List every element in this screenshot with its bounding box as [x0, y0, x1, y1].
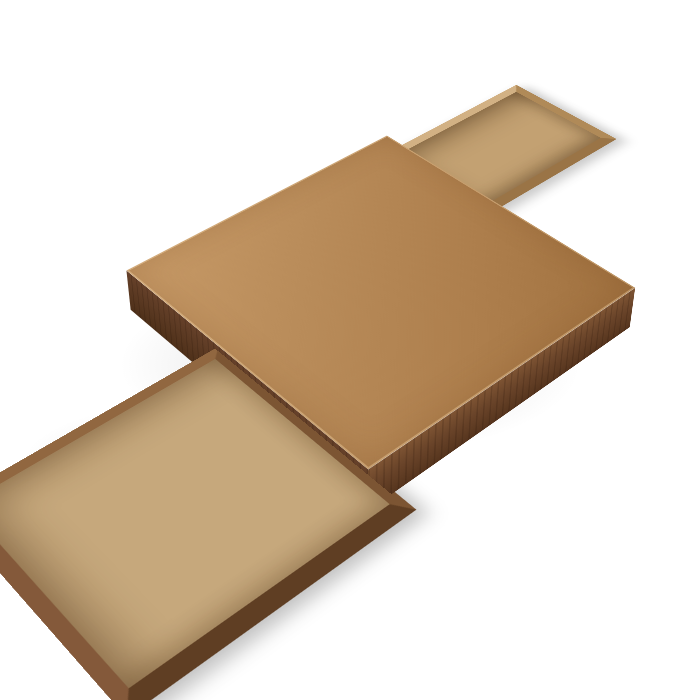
scene [0, 0, 700, 700]
go-board [126, 136, 635, 470]
product-photo-go-set [0, 0, 700, 700]
